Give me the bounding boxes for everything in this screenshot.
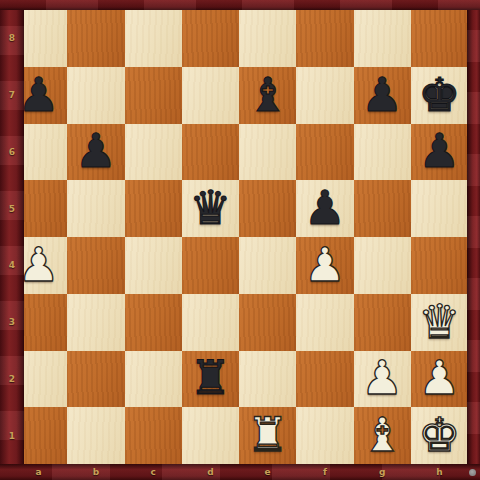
file-label-e: e — [239, 464, 296, 480]
black-rook[interactable]: ♜ — [189, 354, 231, 401]
square-g8[interactable] — [354, 10, 411, 67]
square-d3[interactable] — [182, 294, 239, 351]
square-d2[interactable]: ♜ — [182, 351, 239, 408]
rank-label-5: 5 — [0, 180, 24, 237]
square-e8[interactable] — [239, 10, 296, 67]
square-g6[interactable] — [354, 124, 411, 181]
rank-label-8: 8 — [0, 10, 24, 67]
black-pawn[interactable]: ♟ — [304, 184, 346, 231]
square-f4[interactable]: ♟ — [296, 237, 353, 294]
square-c4[interactable] — [125, 237, 182, 294]
square-g2[interactable]: ♟ — [354, 351, 411, 408]
square-e5[interactable] — [239, 180, 296, 237]
file-label-h: h — [411, 464, 468, 480]
square-f1[interactable] — [296, 407, 353, 464]
square-h1[interactable]: ♚ — [411, 407, 468, 464]
file-labels: abcdefgh — [10, 464, 468, 480]
square-g3[interactable] — [354, 294, 411, 351]
square-f8[interactable] — [296, 10, 353, 67]
square-h5[interactable] — [411, 180, 468, 237]
white-rook[interactable]: ♜ — [247, 411, 289, 458]
square-c1[interactable] — [125, 407, 182, 464]
square-c6[interactable] — [125, 124, 182, 181]
square-e2[interactable] — [239, 351, 296, 408]
rank-label-4: 4 — [0, 237, 24, 294]
square-e7[interactable]: ♝ — [239, 67, 296, 124]
file-label-c: c — [125, 464, 182, 480]
square-d4[interactable] — [182, 237, 239, 294]
square-d5[interactable]: ♛ — [182, 180, 239, 237]
rank-label-2: 2 — [0, 351, 24, 408]
square-f7[interactable] — [296, 67, 353, 124]
square-f5[interactable]: ♟ — [296, 180, 353, 237]
square-c3[interactable] — [125, 294, 182, 351]
square-g5[interactable] — [354, 180, 411, 237]
square-d8[interactable] — [182, 10, 239, 67]
black-king[interactable]: ♚ — [418, 71, 460, 118]
white-queen[interactable]: ♛ — [418, 298, 460, 345]
board-frame-left: 87654321 — [0, 0, 24, 480]
square-h4[interactable] — [411, 237, 468, 294]
square-g4[interactable] — [354, 237, 411, 294]
square-h7[interactable]: ♚ — [411, 67, 468, 124]
square-c5[interactable] — [125, 180, 182, 237]
square-e6[interactable] — [239, 124, 296, 181]
black-pawn[interactable]: ♟ — [75, 127, 117, 174]
square-e3[interactable] — [239, 294, 296, 351]
square-h8[interactable] — [411, 10, 468, 67]
black-pawn[interactable]: ♟ — [418, 127, 460, 174]
rank-labels: 87654321 — [0, 10, 24, 464]
file-label-d: d — [182, 464, 239, 480]
white-pawn[interactable]: ♟ — [418, 354, 460, 401]
rank-label-6: 6 — [0, 124, 24, 181]
white-pawn[interactable]: ♟ — [361, 354, 403, 401]
square-b2[interactable] — [67, 351, 124, 408]
square-d6[interactable] — [182, 124, 239, 181]
square-f6[interactable] — [296, 124, 353, 181]
square-d7[interactable] — [182, 67, 239, 124]
square-b6[interactable]: ♟ — [67, 124, 124, 181]
black-queen[interactable]: ♛ — [189, 184, 231, 231]
white-pawn[interactable]: ♟ — [304, 241, 346, 288]
square-b8[interactable] — [67, 10, 124, 67]
white-king[interactable]: ♚ — [418, 411, 460, 458]
square-h2[interactable]: ♟ — [411, 351, 468, 408]
white-bishop[interactable]: ♝ — [361, 411, 403, 458]
chess-board-window: ♟♝♟♚♟♟♛♟♟♟♛♜♟♟♜♝♚ 87654321 abcdefgh — [0, 0, 480, 480]
square-b1[interactable] — [67, 407, 124, 464]
file-label-g: g — [354, 464, 411, 480]
square-c2[interactable] — [125, 351, 182, 408]
square-h6[interactable]: ♟ — [411, 124, 468, 181]
black-pawn[interactable]: ♟ — [361, 71, 403, 118]
file-label-b: b — [67, 464, 124, 480]
square-c8[interactable] — [125, 10, 182, 67]
rank-label-3: 3 — [0, 294, 24, 351]
square-g7[interactable]: ♟ — [354, 67, 411, 124]
board-frame-top — [0, 0, 480, 10]
square-f3[interactable] — [296, 294, 353, 351]
square-c7[interactable] — [125, 67, 182, 124]
square-f2[interactable] — [296, 351, 353, 408]
chess-board: ♟♝♟♚♟♟♛♟♟♟♛♜♟♟♜♝♚ — [10, 10, 468, 464]
square-b3[interactable] — [67, 294, 124, 351]
file-label-f: f — [296, 464, 353, 480]
file-label-a: a — [10, 464, 67, 480]
square-e4[interactable] — [239, 237, 296, 294]
board-frame-right — [467, 0, 480, 480]
rank-label-7: 7 — [0, 67, 24, 124]
square-g1[interactable]: ♝ — [354, 407, 411, 464]
square-b5[interactable] — [67, 180, 124, 237]
rank-label-1: 1 — [0, 407, 24, 464]
square-h3[interactable]: ♛ — [411, 294, 468, 351]
black-bishop[interactable]: ♝ — [247, 71, 289, 118]
square-e1[interactable]: ♜ — [239, 407, 296, 464]
side-to-move-indicator — [469, 469, 476, 476]
square-b4[interactable] — [67, 237, 124, 294]
square-d1[interactable] — [182, 407, 239, 464]
square-b7[interactable] — [67, 67, 124, 124]
board-frame-bottom: abcdefgh — [0, 464, 480, 480]
